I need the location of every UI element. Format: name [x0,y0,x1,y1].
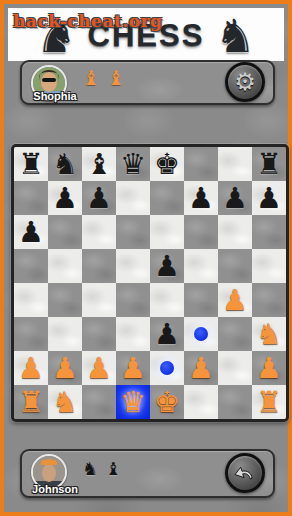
header: ♞ CHESS ♞ hack-cheat.org [8,8,284,61]
square-a8[interactable]: ♜ [14,147,48,181]
top-player-bar: Shophia ♝♝ ⚙ [20,60,275,105]
piece-white-pawn: ♟ [18,351,44,385]
square-e4[interactable] [150,283,184,317]
knight-logo-right-icon: ♞ [214,13,255,59]
square-b1[interactable]: ♞ [48,385,82,419]
piece-white-pawn: ♟ [120,351,146,385]
top-player-name: Shophia [24,90,86,102]
move-hint-dot[interactable] [194,327,208,341]
piece-white-pawn: ♟ [52,351,78,385]
undo-button[interactable] [225,453,265,493]
square-h7[interactable]: ♟ [252,181,286,215]
square-f6[interactable] [184,215,218,249]
piece-white-king: ♚ [154,385,180,419]
captured-white-bishop-icon: ♝ [107,67,125,89]
piece-white-knight: ♞ [256,317,282,351]
piece-black-pawn: ♟ [154,317,180,351]
square-f8[interactable] [184,147,218,181]
square-d1[interactable]: ♛ [116,385,150,419]
piece-black-pawn: ♟ [18,215,44,249]
square-h3[interactable]: ♞ [252,317,286,351]
square-f4[interactable] [184,283,218,317]
square-h5[interactable] [252,249,286,283]
square-a2[interactable]: ♟ [14,351,48,385]
square-c4[interactable] [82,283,116,317]
square-g1[interactable] [218,385,252,419]
square-g2[interactable] [218,351,252,385]
square-f3[interactable] [184,317,218,351]
square-f7[interactable]: ♟ [184,181,218,215]
square-d6[interactable] [116,215,150,249]
piece-black-rook: ♜ [256,147,282,181]
piece-white-knight: ♞ [52,385,78,419]
piece-black-knight: ♞ [52,147,78,181]
move-hint-dot[interactable] [160,361,174,375]
piece-black-queen: ♛ [120,147,146,181]
square-c3[interactable] [82,317,116,351]
square-g6[interactable] [218,215,252,249]
square-g7[interactable]: ♟ [218,181,252,215]
square-e2[interactable] [150,351,184,385]
piece-white-queen: ♛ [120,385,146,419]
square-d5[interactable] [116,249,150,283]
bottom-captured-tray: ♞♝ [82,459,121,478]
piece-black-pawn: ♟ [154,249,180,283]
square-g4[interactable]: ♟ [218,283,252,317]
app-frame: ♞ CHESS ♞ hack-cheat.org Shophia ♝♝ ⚙ ♜♞… [0,0,292,516]
piece-black-pawn: ♟ [86,181,112,215]
square-a1[interactable]: ♜ [14,385,48,419]
square-f2[interactable]: ♟ [184,351,218,385]
piece-black-pawn: ♟ [222,181,248,215]
square-b2[interactable]: ♟ [48,351,82,385]
undo-icon [233,461,257,485]
settings-button[interactable]: ⚙ [225,62,265,102]
square-g3[interactable] [218,317,252,351]
square-d2[interactable]: ♟ [116,351,150,385]
captured-black-bishop-icon: ♝ [105,459,121,478]
square-a5[interactable] [14,249,48,283]
square-c2[interactable]: ♟ [82,351,116,385]
square-e5[interactable]: ♟ [150,249,184,283]
square-h4[interactable] [252,283,286,317]
square-e8[interactable]: ♚ [150,147,184,181]
piece-white-pawn: ♟ [222,283,248,317]
bottom-player-bar: Johnson ♞♝ [20,449,275,498]
piece-black-pawn: ♟ [52,181,78,215]
square-b5[interactable] [48,249,82,283]
gear-icon: ⚙ [234,70,256,94]
square-d3[interactable] [116,317,150,351]
piece-black-pawn: ♟ [188,181,214,215]
square-b3[interactable] [48,317,82,351]
piece-white-pawn: ♟ [256,351,282,385]
top-captured-tray: ♝♝ [82,67,125,89]
piece-black-pawn: ♟ [256,181,282,215]
piece-white-pawn: ♟ [86,351,112,385]
piece-white-rook: ♜ [18,385,44,419]
square-d8[interactable]: ♛ [116,147,150,181]
square-h8[interactable]: ♜ [252,147,286,181]
bottom-player-name: Johnson [24,483,86,495]
square-c1[interactable] [82,385,116,419]
square-c5[interactable] [82,249,116,283]
square-h6[interactable] [252,215,286,249]
square-c7[interactable]: ♟ [82,181,116,215]
square-c8[interactable]: ♝ [82,147,116,181]
piece-black-rook: ♜ [18,147,44,181]
watermark-text: hack-cheat.org [13,11,162,31]
square-e1[interactable]: ♚ [150,385,184,419]
captured-white-bishop-icon: ♝ [82,67,100,89]
square-h2[interactable]: ♟ [252,351,286,385]
piece-white-pawn: ♟ [188,351,214,385]
square-c6[interactable] [82,215,116,249]
square-e7[interactable] [150,181,184,215]
square-a3[interactable] [14,317,48,351]
square-a4[interactable] [14,283,48,317]
square-a7[interactable] [14,181,48,215]
piece-white-rook: ♜ [256,385,282,419]
square-d7[interactable] [116,181,150,215]
square-a6[interactable]: ♟ [14,215,48,249]
square-b6[interactable] [48,215,82,249]
square-e3[interactable]: ♟ [150,317,184,351]
square-b7[interactable]: ♟ [48,181,82,215]
chess-board: ♜♞♝♛♚♜♟♟♟♟♟♟♟♟♟♞♟♟♟♟♟♟♜♞♛♚♜ [11,144,289,422]
square-b4[interactable] [48,283,82,317]
square-d4[interactable] [116,283,150,317]
piece-black-king: ♚ [154,147,180,181]
square-g5[interactable] [218,249,252,283]
captured-black-knight-icon: ♞ [82,459,98,478]
square-f1[interactable] [184,385,218,419]
square-e6[interactable] [150,215,184,249]
square-f5[interactable] [184,249,218,283]
square-g8[interactable] [218,147,252,181]
piece-black-bishop: ♝ [86,147,112,181]
square-h1[interactable]: ♜ [252,385,286,419]
square-b8[interactable]: ♞ [48,147,82,181]
